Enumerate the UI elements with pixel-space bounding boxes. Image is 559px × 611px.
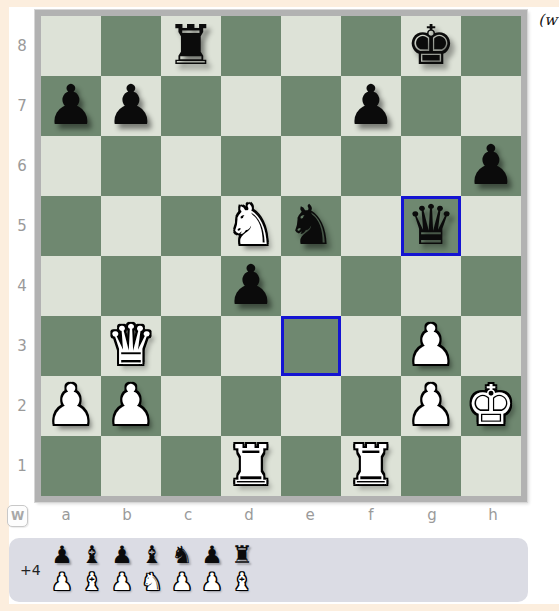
square-d4[interactable]: ♟ — [221, 256, 281, 316]
square-g4[interactable] — [401, 256, 461, 316]
file-label-d: d — [219, 503, 279, 527]
black-rook[interactable]: ♜ — [161, 16, 221, 76]
rank-label-8: 8 — [9, 16, 35, 76]
square-c5[interactable] — [161, 196, 221, 256]
square-a1[interactable] — [41, 436, 101, 496]
square-f4[interactable] — [341, 256, 401, 316]
square-h5[interactable] — [461, 196, 521, 256]
black-pawn[interactable]: ♟ — [341, 76, 401, 136]
square-d5[interactable]: ♞ — [221, 196, 281, 256]
square-e5[interactable]: ♞ — [281, 196, 341, 256]
square-e3[interactable] — [281, 316, 341, 376]
square-g7[interactable] — [401, 76, 461, 136]
square-d6[interactable] — [221, 136, 281, 196]
square-h8[interactable] — [461, 16, 521, 76]
turn-indicator-badge: W — [7, 505, 28, 527]
black-knight[interactable]: ♞ — [281, 196, 341, 256]
file-label-b: b — [97, 503, 157, 527]
captured-white-pawn: ♟ — [197, 568, 227, 596]
chess-board: ♜♚♟♟♟♟♞♞♛♟♛♟♟♟♟♚♜♜ — [41, 16, 521, 496]
square-b8[interactable] — [101, 16, 161, 76]
square-b6[interactable] — [101, 136, 161, 196]
square-c4[interactable] — [161, 256, 221, 316]
square-c8[interactable]: ♜ — [161, 16, 221, 76]
black-pawn[interactable]: ♟ — [41, 76, 101, 136]
white-rook[interactable]: ♜ — [341, 436, 401, 496]
captured-white-knight: ♞ — [137, 568, 167, 596]
square-a2[interactable]: ♟ — [41, 376, 101, 436]
captured-black-bishop: ♝ — [137, 541, 167, 569]
square-b1[interactable] — [101, 436, 161, 496]
rank-label-3: 3 — [9, 316, 35, 376]
square-e4[interactable] — [281, 256, 341, 316]
square-h4[interactable] — [461, 256, 521, 316]
square-a3[interactable] — [41, 316, 101, 376]
square-b2[interactable]: ♟ — [101, 376, 161, 436]
black-pawn[interactable]: ♟ — [461, 136, 521, 196]
square-b5[interactable] — [101, 196, 161, 256]
captured-black-rook: ♜ — [227, 541, 257, 569]
square-f5[interactable] — [341, 196, 401, 256]
square-h2[interactable]: ♚ — [461, 376, 521, 436]
square-h6[interactable]: ♟ — [461, 136, 521, 196]
square-d7[interactable] — [221, 76, 281, 136]
annotation-text: (w — [538, 11, 557, 29]
square-e6[interactable] — [281, 136, 341, 196]
square-a5[interactable] — [41, 196, 101, 256]
square-a7[interactable]: ♟ — [41, 76, 101, 136]
white-pawn[interactable]: ♟ — [101, 376, 161, 436]
square-a6[interactable] — [41, 136, 101, 196]
content-panel: 87654321 ♜♚♟♟♟♟♞♞♛♟♛♟♟♟♟♚♜♜ abcdefgh W (… — [9, 7, 559, 604]
square-a8[interactable] — [41, 16, 101, 76]
captured-pieces-tray: +4 ♟♝♟♝♞♟♜ ♟♝♟♞♟♟♝ — [9, 538, 528, 602]
captured-white-bishop: ♝ — [77, 568, 107, 596]
square-h1[interactable] — [461, 436, 521, 496]
square-f8[interactable] — [341, 16, 401, 76]
square-c6[interactable] — [161, 136, 221, 196]
square-g8[interactable]: ♚ — [401, 16, 461, 76]
captured-white-pawn: ♟ — [167, 568, 197, 596]
square-f1[interactable]: ♜ — [341, 436, 401, 496]
page: 87654321 ♜♚♟♟♟♟♞♞♛♟♛♟♟♟♟♚♜♜ abcdefgh W (… — [0, 0, 559, 611]
square-b3[interactable]: ♛ — [101, 316, 161, 376]
square-e7[interactable] — [281, 76, 341, 136]
captured-black-pawn: ♟ — [197, 541, 227, 569]
square-c7[interactable] — [161, 76, 221, 136]
white-knight[interactable]: ♞ — [221, 196, 281, 256]
square-g6[interactable] — [401, 136, 461, 196]
square-e1[interactable] — [281, 436, 341, 496]
square-g5[interactable]: ♛ — [401, 196, 461, 256]
file-label-a: a — [36, 503, 96, 527]
square-f6[interactable] — [341, 136, 401, 196]
captured-white-bishop: ♝ — [227, 568, 257, 596]
square-c2[interactable] — [161, 376, 221, 436]
file-label-g: g — [402, 503, 462, 527]
captured-black-knight: ♞ — [167, 541, 197, 569]
white-rook[interactable]: ♜ — [221, 436, 281, 496]
square-e2[interactable] — [281, 376, 341, 436]
square-d8[interactable] — [221, 16, 281, 76]
white-queen[interactable]: ♛ — [101, 316, 161, 376]
rank-label-5: 5 — [9, 196, 35, 256]
square-d2[interactable] — [221, 376, 281, 436]
file-label-h: h — [463, 503, 523, 527]
white-pawn[interactable]: ♟ — [41, 376, 101, 436]
white-king[interactable]: ♚ — [461, 376, 521, 436]
rank-label-4: 4 — [9, 256, 35, 316]
square-c1[interactable] — [161, 436, 221, 496]
square-g2[interactable]: ♟ — [401, 376, 461, 436]
captured-black-pawn: ♟ — [107, 541, 137, 569]
file-label-e: e — [280, 503, 340, 527]
file-label-c: c — [158, 503, 218, 527]
square-d1[interactable]: ♜ — [221, 436, 281, 496]
captured-white-pawn: ♟ — [47, 568, 77, 596]
material-score: +4 — [20, 562, 41, 578]
white-pawn[interactable]: ♟ — [401, 376, 461, 436]
board-frame: ♜♚♟♟♟♟♞♞♛♟♛♟♟♟♟♚♜♜ — [35, 10, 527, 502]
captured-white-pieces-row: ♟♝♟♞♟♟♝ — [47, 568, 257, 596]
black-king[interactable]: ♚ — [401, 16, 461, 76]
square-e8[interactable] — [281, 16, 341, 76]
square-b7[interactable]: ♟ — [101, 76, 161, 136]
file-labels: abcdefgh — [35, 503, 527, 527]
square-a4[interactable] — [41, 256, 101, 316]
square-f3[interactable] — [341, 316, 401, 376]
captured-white-pawn: ♟ — [107, 568, 137, 596]
square-f2[interactable] — [341, 376, 401, 436]
square-c3[interactable] — [161, 316, 221, 376]
rank-label-1: 1 — [9, 436, 35, 496]
white-pawn[interactable]: ♟ — [401, 316, 461, 376]
rank-labels: 87654321 — [9, 16, 35, 496]
black-pawn[interactable]: ♟ — [221, 256, 281, 316]
rank-label-6: 6 — [9, 136, 35, 196]
black-pawn[interactable]: ♟ — [101, 76, 161, 136]
square-d3[interactable] — [221, 316, 281, 376]
square-h7[interactable] — [461, 76, 521, 136]
square-g1[interactable] — [401, 436, 461, 496]
black-queen[interactable]: ♛ — [401, 196, 461, 256]
square-g3[interactable]: ♟ — [401, 316, 461, 376]
file-label-f: f — [341, 503, 401, 527]
square-h3[interactable] — [461, 316, 521, 376]
rank-label-2: 2 — [9, 376, 35, 436]
rank-label-7: 7 — [9, 76, 35, 136]
square-f7[interactable]: ♟ — [341, 76, 401, 136]
captured-black-pieces-row: ♟♝♟♝♞♟♜ — [47, 541, 257, 569]
captured-black-pawn: ♟ — [47, 541, 77, 569]
captured-black-bishop: ♝ — [77, 541, 107, 569]
square-b4[interactable] — [101, 256, 161, 316]
